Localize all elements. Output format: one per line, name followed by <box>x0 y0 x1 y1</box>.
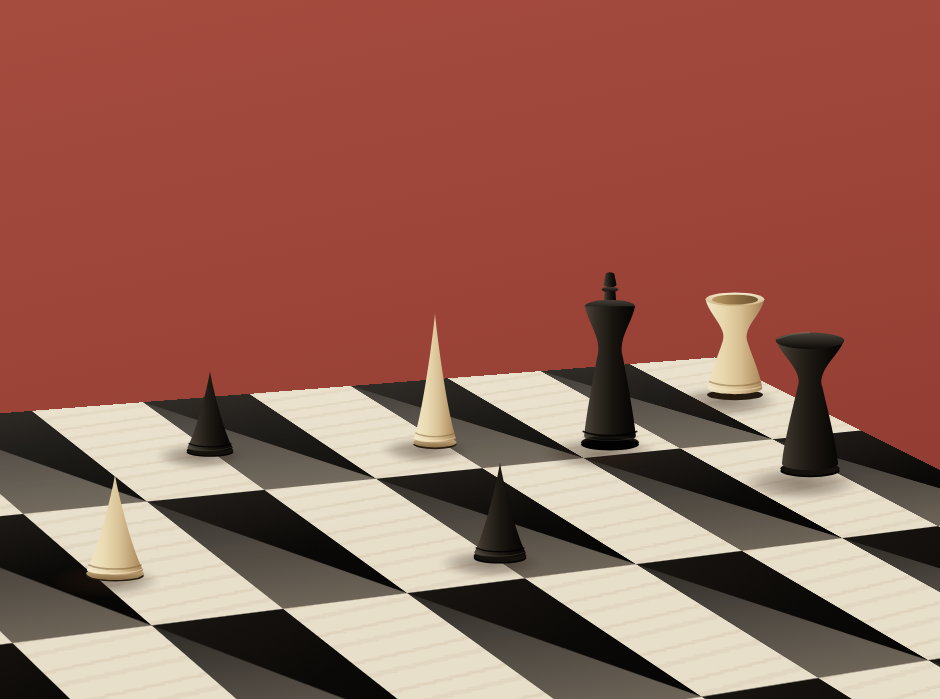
black-queen-g7[interactable] <box>771 329 849 485</box>
white-bishop-cone-svg <box>406 312 464 452</box>
white-bishop-d8[interactable] <box>406 312 464 452</box>
black-pawn-cone-svg <box>181 370 239 458</box>
black-pawn-c7[interactable] <box>467 461 533 565</box>
black-queen-disc-svg <box>771 329 849 485</box>
black-pawn-b8[interactable] <box>181 370 239 458</box>
white-rook-cup-svg <box>700 288 770 404</box>
pieces-layer <box>0 0 940 699</box>
black-pawn-cone-svg <box>467 461 533 565</box>
black-king-finial-svg <box>572 269 648 455</box>
black-king-f8[interactable] <box>572 269 648 455</box>
chess-photo-scene <box>0 0 940 699</box>
white-pawn-cone-svg <box>79 473 151 583</box>
white-pawn-a7[interactable] <box>79 473 151 583</box>
white-rook-h8[interactable] <box>700 288 770 404</box>
